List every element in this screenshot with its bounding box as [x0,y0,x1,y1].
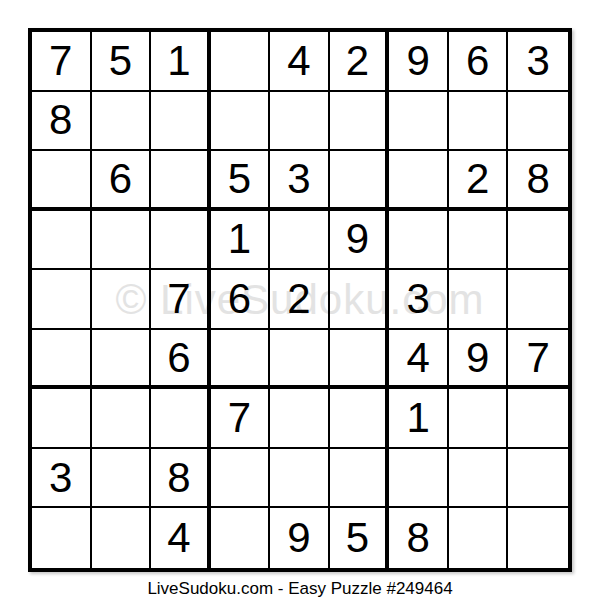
cell-r2c3-empty[interactable] [151,92,211,152]
cell-r4c3-empty[interactable] [151,211,211,271]
cell-r4c5-empty[interactable] [270,211,330,271]
cell-r4c6-given: 9 [330,211,390,271]
cell-r5c3-given: 7 [151,270,211,330]
cell-r9c4-empty[interactable] [211,508,271,568]
cell-r7c6-empty[interactable] [330,389,390,449]
cell-r2c1-given: 8 [32,92,92,152]
cell-r3c7-empty[interactable] [389,151,449,211]
cell-r8c7-empty[interactable] [389,449,449,509]
cell-r9c2-empty[interactable] [92,508,152,568]
cell-r3c1-empty[interactable] [32,151,92,211]
cell-r6c8-given: 9 [449,330,509,390]
cell-r5c9-empty[interactable] [508,270,568,330]
cell-r2c5-empty[interactable] [270,92,330,152]
puzzle-caption: LiveSudoku.com - Easy Puzzle #249464 [0,579,600,599]
cell-r4c4-given: 1 [211,211,271,271]
cell-r1c1-given: 7 [32,32,92,92]
cell-r1c8-given: 6 [449,32,509,92]
cell-r3c9-given: 8 [508,151,568,211]
cell-r1c7-given: 9 [389,32,449,92]
cell-r2c9-empty[interactable] [508,92,568,152]
cell-r1c5-given: 4 [270,32,330,92]
cell-r8c5-empty[interactable] [270,449,330,509]
cell-r1c2-given: 5 [92,32,152,92]
cell-r5c6-empty[interactable] [330,270,390,330]
cell-r7c8-empty[interactable] [449,389,509,449]
cell-r3c5-given: 3 [270,151,330,211]
cell-r7c4-given: 7 [211,389,271,449]
cell-r6c6-empty[interactable] [330,330,390,390]
cell-r6c4-empty[interactable] [211,330,271,390]
cell-r2c2-empty[interactable] [92,92,152,152]
cell-r1c4-empty[interactable] [211,32,271,92]
cell-r7c2-empty[interactable] [92,389,152,449]
cell-r7c5-empty[interactable] [270,389,330,449]
cell-r4c9-empty[interactable] [508,211,568,271]
cell-r8c8-empty[interactable] [449,449,509,509]
cell-r8c3-given: 8 [151,449,211,509]
cell-r1c3-given: 1 [151,32,211,92]
cell-r2c4-empty[interactable] [211,92,271,152]
cell-r6c7-given: 4 [389,330,449,390]
cell-r6c5-empty[interactable] [270,330,330,390]
cell-r8c1-given: 3 [32,449,92,509]
cell-r2c6-empty[interactable] [330,92,390,152]
sudoku-board: © LiveSudoku.com 75142963865328197623649… [28,28,572,572]
cell-r5c4-given: 6 [211,270,271,330]
cell-r6c9-given: 7 [508,330,568,390]
cell-r3c8-given: 2 [449,151,509,211]
cell-r3c3-empty[interactable] [151,151,211,211]
cell-r2c7-empty[interactable] [389,92,449,152]
cell-r3c2-given: 6 [92,151,152,211]
cell-r3c4-given: 5 [211,151,271,211]
cell-r2c8-empty[interactable] [449,92,509,152]
cell-r6c2-empty[interactable] [92,330,152,390]
cell-r8c9-empty[interactable] [508,449,568,509]
cell-r8c6-empty[interactable] [330,449,390,509]
cell-r9c6-given: 5 [330,508,390,568]
cell-r9c9-empty[interactable] [508,508,568,568]
cell-r5c1-empty[interactable] [32,270,92,330]
cell-r1c6-given: 2 [330,32,390,92]
cell-r6c3-given: 6 [151,330,211,390]
cell-r5c5-given: 2 [270,270,330,330]
cell-r8c4-empty[interactable] [211,449,271,509]
cell-r7c9-empty[interactable] [508,389,568,449]
cell-r9c7-given: 8 [389,508,449,568]
cell-r1c9-given: 3 [508,32,568,92]
cell-r4c2-empty[interactable] [92,211,152,271]
cell-r8c2-empty[interactable] [92,449,152,509]
cell-r4c8-empty[interactable] [449,211,509,271]
cell-r9c1-empty[interactable] [32,508,92,568]
cell-r7c3-empty[interactable] [151,389,211,449]
cell-r5c2-empty[interactable] [92,270,152,330]
cell-r7c7-given: 1 [389,389,449,449]
cell-r5c7-given: 3 [389,270,449,330]
cell-r6c1-empty[interactable] [32,330,92,390]
sudoku-grid: 75142963865328197623649771384958 [32,32,568,568]
cell-r5c8-empty[interactable] [449,270,509,330]
cell-r9c5-given: 9 [270,508,330,568]
cell-r9c3-given: 4 [151,508,211,568]
cell-r4c1-empty[interactable] [32,211,92,271]
cell-r3c6-empty[interactable] [330,151,390,211]
cell-r7c1-empty[interactable] [32,389,92,449]
cell-r4c7-empty[interactable] [389,211,449,271]
cell-r9c8-empty[interactable] [449,508,509,568]
